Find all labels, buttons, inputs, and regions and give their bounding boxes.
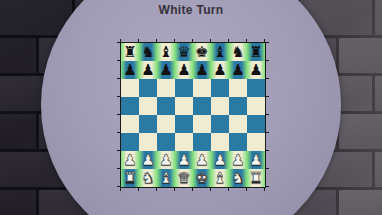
black-knight: ♞: [141, 43, 154, 61]
square-h2[interactable]: ♟: [247, 151, 265, 169]
square-c8[interactable]: ♝: [157, 43, 175, 61]
brick: [0, 190, 36, 215]
black-pawn: ♟: [249, 61, 262, 79]
chess-board-frame: ♜♞♝♛♚♝♞♜♟♟♟♟♟♟♟♟♟♟♟♟♟♟♟♟♜♞♝♛♚♝♞♜: [117, 39, 269, 191]
square-c2[interactable]: ♟: [157, 151, 175, 169]
square-g6[interactable]: [229, 79, 247, 97]
square-h3[interactable]: [247, 133, 265, 151]
square-g2[interactable]: ♟: [229, 151, 247, 169]
white-pawn: ♟: [231, 151, 244, 169]
square-a5[interactable]: [121, 97, 139, 115]
black-king: ♚: [195, 43, 208, 61]
square-f3[interactable]: [211, 133, 229, 151]
brick: [339, 38, 382, 73]
square-c7[interactable]: ♟: [157, 61, 175, 79]
white-pawn: ♟: [195, 151, 208, 169]
white-pawn: ♟: [249, 151, 262, 169]
white-bishop: ♝: [159, 169, 172, 187]
chess-board: ♜♞♝♛♚♝♞♜♟♟♟♟♟♟♟♟♟♟♟♟♟♟♟♟♜♞♝♛♚♝♞♜: [120, 42, 266, 188]
black-pawn: ♟: [177, 61, 190, 79]
white-rook: ♜: [249, 169, 262, 187]
square-f6[interactable]: [211, 79, 229, 97]
white-bishop: ♝: [213, 169, 226, 187]
square-b3[interactable]: [139, 133, 157, 151]
black-rook: ♜: [249, 43, 262, 61]
brick: [0, 114, 36, 149]
black-queen: ♛: [177, 43, 190, 61]
square-g7[interactable]: ♟: [229, 61, 247, 79]
black-rook: ♜: [123, 43, 136, 61]
white-rook: ♜: [123, 169, 136, 187]
white-pawn: ♟: [177, 151, 190, 169]
square-e6[interactable]: [193, 79, 211, 97]
black-pawn: ♟: [195, 61, 208, 79]
black-pawn: ♟: [159, 61, 172, 79]
square-b2[interactable]: ♟: [139, 151, 157, 169]
square-h5[interactable]: [247, 97, 265, 115]
board-tick-marks-right: [266, 42, 269, 188]
square-e5[interactable]: [193, 97, 211, 115]
square-g5[interactable]: [229, 97, 247, 115]
white-pawn: ♟: [141, 151, 154, 169]
white-knight: ♞: [141, 169, 154, 187]
square-d7[interactable]: ♟: [175, 61, 193, 79]
square-a7[interactable]: ♟: [121, 61, 139, 79]
square-e7[interactable]: ♟: [193, 61, 211, 79]
square-b1[interactable]: ♞: [139, 169, 157, 187]
turn-indicator: White Turn: [0, 3, 382, 17]
black-bishop: ♝: [213, 43, 226, 61]
square-b5[interactable]: [139, 97, 157, 115]
square-e2[interactable]: ♟: [193, 151, 211, 169]
square-f5[interactable]: [211, 97, 229, 115]
square-g8[interactable]: ♞: [229, 43, 247, 61]
square-h8[interactable]: ♜: [247, 43, 265, 61]
square-f1[interactable]: ♝: [211, 169, 229, 187]
square-b4[interactable]: [139, 115, 157, 133]
black-pawn: ♟: [123, 61, 136, 79]
square-c5[interactable]: [157, 97, 175, 115]
square-e4[interactable]: [193, 115, 211, 133]
square-g4[interactable]: [229, 115, 247, 133]
square-a6[interactable]: [121, 79, 139, 97]
square-b7[interactable]: ♟: [139, 61, 157, 79]
black-bishop: ♝: [159, 43, 172, 61]
white-knight: ♞: [231, 169, 244, 187]
square-f2[interactable]: ♟: [211, 151, 229, 169]
square-h4[interactable]: [247, 115, 265, 133]
square-a2[interactable]: ♟: [121, 151, 139, 169]
square-d4[interactable]: [175, 115, 193, 133]
square-a8[interactable]: ♜: [121, 43, 139, 61]
white-pawn: ♟: [123, 151, 136, 169]
square-c4[interactable]: [157, 115, 175, 133]
square-d2[interactable]: ♟: [175, 151, 193, 169]
brick: [375, 152, 382, 187]
square-d6[interactable]: [175, 79, 193, 97]
square-c3[interactable]: [157, 133, 175, 151]
square-g3[interactable]: [229, 133, 247, 151]
square-a3[interactable]: [121, 133, 139, 151]
square-g1[interactable]: ♞: [229, 169, 247, 187]
app-screen: White Turn ♜♞♝♛♚♝♞♜♟♟♟♟♟♟♟♟♟♟♟♟♟♟♟♟♜♞♝♛♚…: [0, 0, 382, 215]
black-pawn: ♟: [213, 61, 226, 79]
square-c6[interactable]: [157, 79, 175, 97]
white-pawn: ♟: [213, 151, 226, 169]
white-pawn: ♟: [159, 151, 172, 169]
square-h6[interactable]: [247, 79, 265, 97]
square-a1[interactable]: ♜: [121, 169, 139, 187]
square-f7[interactable]: ♟: [211, 61, 229, 79]
brick: [339, 114, 382, 149]
brick: [375, 76, 382, 111]
square-b6[interactable]: [139, 79, 157, 97]
white-king: ♚: [195, 169, 208, 187]
black-pawn: ♟: [231, 61, 244, 79]
black-pawn: ♟: [141, 61, 154, 79]
square-d3[interactable]: [175, 133, 193, 151]
white-queen: ♛: [177, 169, 190, 187]
square-f8[interactable]: ♝: [211, 43, 229, 61]
square-b8[interactable]: ♞: [139, 43, 157, 61]
square-e3[interactable]: [193, 133, 211, 151]
square-c1[interactable]: ♝: [157, 169, 175, 187]
square-e8[interactable]: ♚: [193, 43, 211, 61]
square-h1[interactable]: ♜: [247, 169, 265, 187]
square-e1[interactable]: ♚: [193, 169, 211, 187]
brick: [339, 190, 382, 215]
square-d1[interactable]: ♛: [175, 169, 193, 187]
square-f4[interactable]: [211, 115, 229, 133]
board-tick-marks-bottom: [120, 188, 266, 191]
square-d5[interactable]: [175, 97, 193, 115]
square-h7[interactable]: ♟: [247, 61, 265, 79]
brick: [0, 38, 36, 73]
square-d8[interactable]: ♛: [175, 43, 193, 61]
square-a4[interactable]: [121, 115, 139, 133]
black-knight: ♞: [231, 43, 244, 61]
